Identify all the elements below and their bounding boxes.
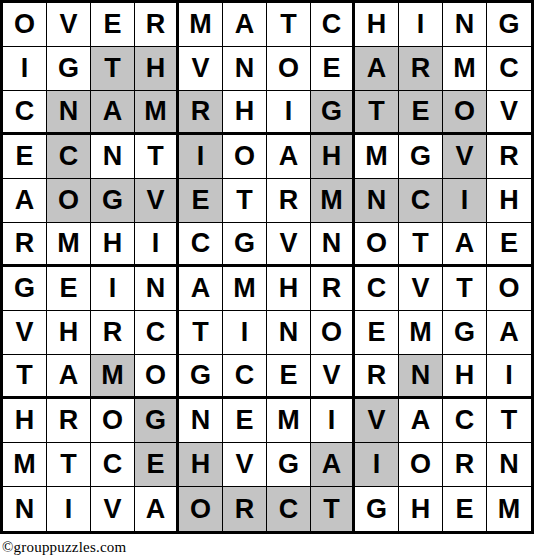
cell-r6c9: O (355, 223, 399, 267)
cell-r5c4: V (135, 179, 179, 223)
cell-r10c12: T (487, 399, 531, 443)
cell-r11c3: C (91, 443, 135, 487)
cell-r3c9: T (355, 91, 399, 135)
cell-r9c2: A (47, 355, 91, 399)
cell-r6c11: A (443, 223, 487, 267)
cell-r10c3: O (91, 399, 135, 443)
cell-r9c1: T (3, 355, 47, 399)
cell-r12c11: E (443, 487, 487, 531)
cell-r10c5: N (179, 399, 223, 443)
cell-r3c8: G (311, 91, 355, 135)
cell-r6c8: N (311, 223, 355, 267)
cell-r6c2: M (47, 223, 91, 267)
cell-r11c9: I (355, 443, 399, 487)
cell-r2c5: V (179, 47, 223, 91)
cell-r1c8: C (311, 3, 355, 47)
cell-r11c5: H (179, 443, 223, 487)
cell-r3c7: I (267, 91, 311, 135)
cell-r4c1: E (3, 135, 47, 179)
cell-r2c3: T (91, 47, 135, 91)
cell-r2c7: O (267, 47, 311, 91)
cell-r9c10: N (399, 355, 443, 399)
cell-r5c5: E (179, 179, 223, 223)
cell-r6c6: G (223, 223, 267, 267)
cell-r4c4: T (135, 135, 179, 179)
cell-r12c12: M (487, 487, 531, 531)
copyright-caption: ©grouppuzzles.com (2, 539, 534, 556)
cell-r8c10: M (399, 311, 443, 355)
cell-r11c6: V (223, 443, 267, 487)
cell-r5c10: C (399, 179, 443, 223)
cell-r10c11: C (443, 399, 487, 443)
cell-r7c3: I (91, 267, 135, 311)
puzzle-page: OVERMATCHINGIGTHVNOEARMCCNAMRHIGTEOVECNT… (0, 0, 534, 556)
cell-r8c4: C (135, 311, 179, 355)
cell-r4c10: G (399, 135, 443, 179)
cell-r5c6: T (223, 179, 267, 223)
cell-r10c8: I (311, 399, 355, 443)
cell-r1c6: A (223, 3, 267, 47)
cell-r3c1: C (3, 91, 47, 135)
cell-r5c11: I (443, 179, 487, 223)
cell-r3c10: E (399, 91, 443, 135)
cell-r10c6: E (223, 399, 267, 443)
cell-r2c2: G (47, 47, 91, 91)
cell-r2c4: H (135, 47, 179, 91)
cell-r10c4: G (135, 399, 179, 443)
cell-r10c10: A (399, 399, 443, 443)
puzzle-grid: OVERMATCHINGIGTHVNOEARMCCNAMRHIGTEOVECNT… (0, 0, 534, 534)
cell-r2c11: M (443, 47, 487, 91)
cell-r10c2: R (47, 399, 91, 443)
cell-r2c8: E (311, 47, 355, 91)
cell-r9c4: O (135, 355, 179, 399)
cell-r9c8: V (311, 355, 355, 399)
cell-r11c10: O (399, 443, 443, 487)
cell-r5c8: M (311, 179, 355, 223)
cell-r6c10: T (399, 223, 443, 267)
cell-r2c6: N (223, 47, 267, 91)
cell-r6c3: H (91, 223, 135, 267)
cell-r12c9: G (355, 487, 399, 531)
cell-r12c1: N (3, 487, 47, 531)
cell-r7c9: C (355, 267, 399, 311)
cell-r12c4: A (135, 487, 179, 531)
cell-r4c2: C (47, 135, 91, 179)
cell-r1c5: M (179, 3, 223, 47)
cell-r12c10: H (399, 487, 443, 531)
cell-r9c6: C (223, 355, 267, 399)
cell-r8c11: G (443, 311, 487, 355)
cell-r8c12: A (487, 311, 531, 355)
cell-r11c12: N (487, 443, 531, 487)
cell-r6c4: I (135, 223, 179, 267)
cell-r5c12: H (487, 179, 531, 223)
cell-r7c6: M (223, 267, 267, 311)
cell-r9c7: E (267, 355, 311, 399)
cell-r8c8: O (311, 311, 355, 355)
cell-r11c7: G (267, 443, 311, 487)
cell-r4c7: A (267, 135, 311, 179)
cell-r7c1: G (3, 267, 47, 311)
cell-r2c12: C (487, 47, 531, 91)
cell-r9c9: R (355, 355, 399, 399)
cell-r1c12: G (487, 3, 531, 47)
cell-r5c7: R (267, 179, 311, 223)
cell-r8c1: V (3, 311, 47, 355)
cell-r9c3: M (91, 355, 135, 399)
cell-r3c12: V (487, 91, 531, 135)
cell-r4c5: I (179, 135, 223, 179)
cell-r1c1: O (3, 3, 47, 47)
cell-r4c3: N (91, 135, 135, 179)
cell-r8c6: I (223, 311, 267, 355)
cell-r1c7: T (267, 3, 311, 47)
cell-r8c2: H (47, 311, 91, 355)
cell-r5c3: G (91, 179, 135, 223)
cell-r4c9: M (355, 135, 399, 179)
cell-r2c10: R (399, 47, 443, 91)
cell-r9c11: H (443, 355, 487, 399)
cell-r7c4: N (135, 267, 179, 311)
cell-r10c9: V (355, 399, 399, 443)
cell-r6c7: V (267, 223, 311, 267)
cell-r4c8: H (311, 135, 355, 179)
cell-r1c3: E (91, 3, 135, 47)
cell-r7c2: E (47, 267, 91, 311)
cell-r1c11: N (443, 3, 487, 47)
cell-r7c8: R (311, 267, 355, 311)
cell-r11c4: E (135, 443, 179, 487)
cell-r7c12: O (487, 267, 531, 311)
cell-r5c9: N (355, 179, 399, 223)
cell-r8c9: E (355, 311, 399, 355)
cell-r8c3: R (91, 311, 135, 355)
cell-r11c1: M (3, 443, 47, 487)
cell-r12c3: V (91, 487, 135, 531)
cell-r5c2: O (47, 179, 91, 223)
cell-r2c9: A (355, 47, 399, 91)
cell-r3c11: O (443, 91, 487, 135)
cell-r8c7: N (267, 311, 311, 355)
cell-r2c1: I (3, 47, 47, 91)
cell-r10c1: H (3, 399, 47, 443)
cell-r10c7: M (267, 399, 311, 443)
cell-r11c11: R (443, 443, 487, 487)
cell-r4c12: R (487, 135, 531, 179)
cell-r4c6: O (223, 135, 267, 179)
cell-r3c5: R (179, 91, 223, 135)
cell-r3c4: M (135, 91, 179, 135)
cell-r6c12: E (487, 223, 531, 267)
cell-r9c12: I (487, 355, 531, 399)
cell-r12c7: C (267, 487, 311, 531)
cell-r11c8: A (311, 443, 355, 487)
cell-r1c2: V (47, 3, 91, 47)
cell-r9c5: G (179, 355, 223, 399)
cell-r3c3: A (91, 91, 135, 135)
cell-r7c10: V (399, 267, 443, 311)
cell-r3c6: H (223, 91, 267, 135)
cell-r5c1: A (3, 179, 47, 223)
cell-r1c10: I (399, 3, 443, 47)
cell-r6c5: C (179, 223, 223, 267)
cell-r11c2: T (47, 443, 91, 487)
cell-r7c5: A (179, 267, 223, 311)
cell-r8c5: T (179, 311, 223, 355)
cell-r1c4: R (135, 3, 179, 47)
cell-r4c11: V (443, 135, 487, 179)
cell-r1c9: H (355, 3, 399, 47)
cell-r12c5: O (179, 487, 223, 531)
cell-r7c11: T (443, 267, 487, 311)
cell-r12c2: I (47, 487, 91, 531)
cell-r6c1: R (3, 223, 47, 267)
cell-r3c2: N (47, 91, 91, 135)
cell-r12c8: T (311, 487, 355, 531)
cell-r7c7: H (267, 267, 311, 311)
cell-r12c6: R (223, 487, 267, 531)
